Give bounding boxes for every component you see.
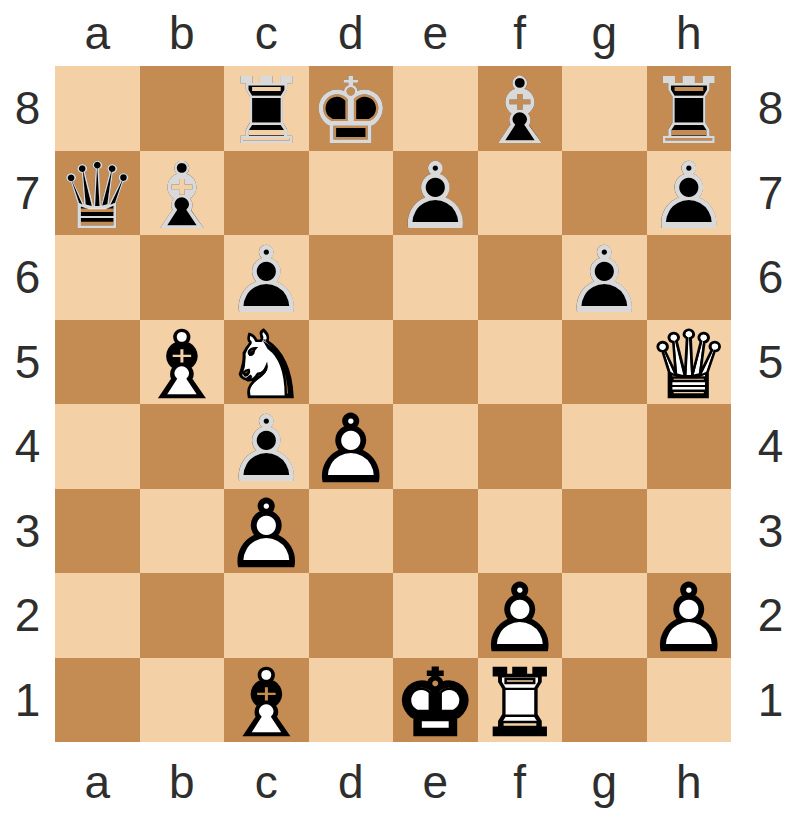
piece-outline-layer: ♗ xyxy=(478,70,563,155)
file-label-e: e xyxy=(393,0,478,66)
white-pawn-icon: ♟♙ xyxy=(309,404,394,489)
square-f4[interactable] xyxy=(478,404,563,489)
rank-labels-left: 87654321 xyxy=(0,66,55,742)
white-rook-icon: ♜♖ xyxy=(478,658,563,743)
square-c5[interactable]: ♞♘ xyxy=(224,320,309,405)
piece-fill-layer: ♛ xyxy=(55,155,140,240)
piece-outline-layer: ♙ xyxy=(478,577,563,662)
square-e6[interactable] xyxy=(393,235,478,320)
piece-outline-layer: ♙ xyxy=(224,408,309,493)
piece-outline-layer: ♖ xyxy=(224,70,309,155)
square-a7[interactable]: ♛♕ xyxy=(55,151,140,236)
square-d2[interactable] xyxy=(309,573,394,658)
square-e8[interactable] xyxy=(393,66,478,151)
square-d3[interactable] xyxy=(309,489,394,574)
piece-outline-layer: ♕ xyxy=(55,155,140,240)
piece-fill-layer: ♟ xyxy=(309,408,394,493)
square-d8[interactable]: ♚♔ xyxy=(309,66,394,151)
square-c1[interactable]: ♝♗ xyxy=(224,658,309,743)
file-label-d: d xyxy=(309,742,394,821)
square-h2[interactable]: ♟♙ xyxy=(647,573,732,658)
square-b7[interactable]: ♝♗ xyxy=(140,151,225,236)
corner-bottom-right xyxy=(731,742,810,821)
square-a8[interactable] xyxy=(55,66,140,151)
rank-label-5: 5 xyxy=(0,320,55,405)
square-f2[interactable]: ♟♙ xyxy=(478,573,563,658)
file-label-c: c xyxy=(224,0,309,66)
file-label-b: b xyxy=(140,742,225,821)
black-bishop-icon: ♝♗ xyxy=(478,66,563,151)
piece-outline-layer: ♔ xyxy=(309,70,394,155)
square-h7[interactable]: ♟♙ xyxy=(647,151,732,236)
white-pawn-icon: ♟♙ xyxy=(224,489,309,574)
square-a2[interactable] xyxy=(55,573,140,658)
square-c2[interactable] xyxy=(224,573,309,658)
piece-fill-layer: ♟ xyxy=(224,408,309,493)
black-pawn-icon: ♟♙ xyxy=(224,235,309,320)
square-b5[interactable]: ♝♗ xyxy=(140,320,225,405)
square-d4[interactable]: ♟♙ xyxy=(309,404,394,489)
piece-fill-layer: ♞ xyxy=(224,324,309,409)
piece-fill-layer: ♝ xyxy=(140,324,225,409)
square-g2[interactable] xyxy=(562,573,647,658)
rank-label-5: 5 xyxy=(731,320,810,405)
piece-fill-layer: ♚ xyxy=(309,70,394,155)
file-label-a: a xyxy=(55,0,140,66)
piece-outline-layer: ♖ xyxy=(478,662,563,747)
corner-top-right xyxy=(731,0,810,66)
piece-fill-layer: ♚ xyxy=(393,662,478,747)
square-a1[interactable] xyxy=(55,658,140,743)
piece-fill-layer: ♝ xyxy=(224,662,309,747)
square-a4[interactable] xyxy=(55,404,140,489)
square-b3[interactable] xyxy=(140,489,225,574)
square-c3[interactable]: ♟♙ xyxy=(224,489,309,574)
piece-outline-layer: ♙ xyxy=(647,155,732,240)
square-f7[interactable] xyxy=(478,151,563,236)
rank-label-4: 4 xyxy=(0,404,55,489)
square-f6[interactable] xyxy=(478,235,563,320)
black-queen-icon: ♛♕ xyxy=(55,151,140,236)
piece-fill-layer: ♜ xyxy=(647,70,732,155)
square-e3[interactable] xyxy=(393,489,478,574)
white-queen-icon: ♛♕ xyxy=(647,320,732,405)
file-label-c: c xyxy=(224,742,309,821)
file-label-f: f xyxy=(478,0,563,66)
square-g6[interactable]: ♟♙ xyxy=(562,235,647,320)
square-h4[interactable] xyxy=(647,404,732,489)
piece-outline-layer: ♙ xyxy=(224,493,309,578)
square-g1[interactable] xyxy=(562,658,647,743)
piece-outline-layer: ♗ xyxy=(140,155,225,240)
square-h5[interactable]: ♛♕ xyxy=(647,320,732,405)
black-rook-icon: ♜♖ xyxy=(224,66,309,151)
rank-label-6: 6 xyxy=(0,235,55,320)
rank-label-7: 7 xyxy=(731,151,810,236)
piece-outline-layer: ♘ xyxy=(224,324,309,409)
square-c7[interactable] xyxy=(224,151,309,236)
square-h8[interactable]: ♜♖ xyxy=(647,66,732,151)
square-g5[interactable] xyxy=(562,320,647,405)
black-pawn-icon: ♟♙ xyxy=(647,151,732,236)
piece-outline-layer: ♗ xyxy=(140,324,225,409)
piece-fill-layer: ♝ xyxy=(478,70,563,155)
corner-top-left xyxy=(0,0,55,66)
square-c4[interactable]: ♟♙ xyxy=(224,404,309,489)
square-f1[interactable]: ♜♖ xyxy=(478,658,563,743)
piece-outline-layer: ♙ xyxy=(393,155,478,240)
square-e2[interactable] xyxy=(393,573,478,658)
rank-label-3: 3 xyxy=(0,489,55,574)
piece-fill-layer: ♟ xyxy=(562,239,647,324)
black-pawn-icon: ♟♙ xyxy=(224,404,309,489)
rank-label-6: 6 xyxy=(731,235,810,320)
rank-label-8: 8 xyxy=(731,66,810,151)
file-label-h: h xyxy=(647,742,732,821)
square-a6[interactable] xyxy=(55,235,140,320)
square-a5[interactable] xyxy=(55,320,140,405)
piece-fill-layer: ♟ xyxy=(647,155,732,240)
rank-label-1: 1 xyxy=(0,658,55,743)
square-b6[interactable] xyxy=(140,235,225,320)
piece-fill-layer: ♟ xyxy=(478,577,563,662)
square-b4[interactable] xyxy=(140,404,225,489)
black-pawn-icon: ♟♙ xyxy=(393,151,478,236)
square-c6[interactable]: ♟♙ xyxy=(224,235,309,320)
piece-outline-layer: ♗ xyxy=(224,662,309,747)
square-d5[interactable] xyxy=(309,320,394,405)
piece-outline-layer: ♕ xyxy=(647,324,732,409)
square-d7[interactable] xyxy=(309,151,394,236)
square-e4[interactable] xyxy=(393,404,478,489)
square-b8[interactable] xyxy=(140,66,225,151)
piece-fill-layer: ♟ xyxy=(224,493,309,578)
piece-outline-layer: ♙ xyxy=(309,408,394,493)
file-label-a: a xyxy=(55,742,140,821)
square-e7[interactable]: ♟♙ xyxy=(393,151,478,236)
black-rook-icon: ♜♖ xyxy=(647,66,732,151)
file-label-g: g xyxy=(562,0,647,66)
piece-fill-layer: ♝ xyxy=(140,155,225,240)
piece-outline-layer: ♙ xyxy=(224,239,309,324)
white-king-icon: ♚♔ xyxy=(393,658,478,743)
white-knight-icon: ♞♘ xyxy=(224,320,309,405)
black-bishop-icon: ♝♗ xyxy=(140,151,225,236)
chess-board: ♜♖♚♔♝♗♜♖♛♕♝♗♟♙♟♙♟♙♟♙♝♗♞♘♛♕♟♙♟♙♟♙♟♙♟♙♝♗♚♔… xyxy=(55,66,731,742)
rank-label-3: 3 xyxy=(731,489,810,574)
black-pawn-icon: ♟♙ xyxy=(562,235,647,320)
piece-outline-layer: ♙ xyxy=(562,239,647,324)
piece-fill-layer: ♜ xyxy=(224,70,309,155)
rank-labels-right: 87654321 xyxy=(731,66,810,742)
file-labels-top: abcdefgh xyxy=(55,0,731,66)
piece-outline-layer: ♙ xyxy=(647,577,732,662)
piece-outline-layer: ♖ xyxy=(647,70,732,155)
piece-fill-layer: ♜ xyxy=(478,662,563,747)
file-label-d: d xyxy=(309,0,394,66)
white-pawn-icon: ♟♙ xyxy=(647,573,732,658)
black-king-icon: ♚♔ xyxy=(309,66,394,151)
square-d6[interactable] xyxy=(309,235,394,320)
piece-fill-layer: ♟ xyxy=(393,155,478,240)
square-h1[interactable] xyxy=(647,658,732,743)
square-e5[interactable] xyxy=(393,320,478,405)
rank-label-8: 8 xyxy=(0,66,55,151)
file-label-f: f xyxy=(478,742,563,821)
square-b2[interactable] xyxy=(140,573,225,658)
white-pawn-icon: ♟♙ xyxy=(478,573,563,658)
piece-fill-layer: ♟ xyxy=(224,239,309,324)
square-g8[interactable] xyxy=(562,66,647,151)
square-d1[interactable] xyxy=(309,658,394,743)
corner-bottom-left xyxy=(0,742,55,821)
square-h3[interactable] xyxy=(647,489,732,574)
piece-fill-layer: ♟ xyxy=(647,577,732,662)
file-label-b: b xyxy=(140,0,225,66)
square-a3[interactable] xyxy=(55,489,140,574)
piece-fill-layer: ♛ xyxy=(647,324,732,409)
white-bishop-icon: ♝♗ xyxy=(140,320,225,405)
file-label-g: g xyxy=(562,742,647,821)
square-c8[interactable]: ♜♖ xyxy=(224,66,309,151)
square-f8[interactable]: ♝♗ xyxy=(478,66,563,151)
file-label-e: e xyxy=(393,742,478,821)
piece-outline-layer: ♔ xyxy=(393,662,478,747)
square-f5[interactable] xyxy=(478,320,563,405)
rank-label-2: 2 xyxy=(731,573,810,658)
file-label-h: h xyxy=(647,0,732,66)
chess-diagram: abcdefgh 87654321 ♜♖♚♔♝♗♜♖♛♕♝♗♟♙♟♙♟♙♟♙♝♗… xyxy=(0,0,810,821)
square-g4[interactable] xyxy=(562,404,647,489)
square-h6[interactable] xyxy=(647,235,732,320)
file-labels-bottom: abcdefgh xyxy=(55,742,731,821)
rank-label-7: 7 xyxy=(0,151,55,236)
rank-label-1: 1 xyxy=(731,658,810,743)
square-b1[interactable] xyxy=(140,658,225,743)
square-f3[interactable] xyxy=(478,489,563,574)
rank-label-2: 2 xyxy=(0,573,55,658)
rank-label-4: 4 xyxy=(731,404,810,489)
square-g3[interactable] xyxy=(562,489,647,574)
white-bishop-icon: ♝♗ xyxy=(224,658,309,743)
square-g7[interactable] xyxy=(562,151,647,236)
square-e1[interactable]: ♚♔ xyxy=(393,658,478,743)
